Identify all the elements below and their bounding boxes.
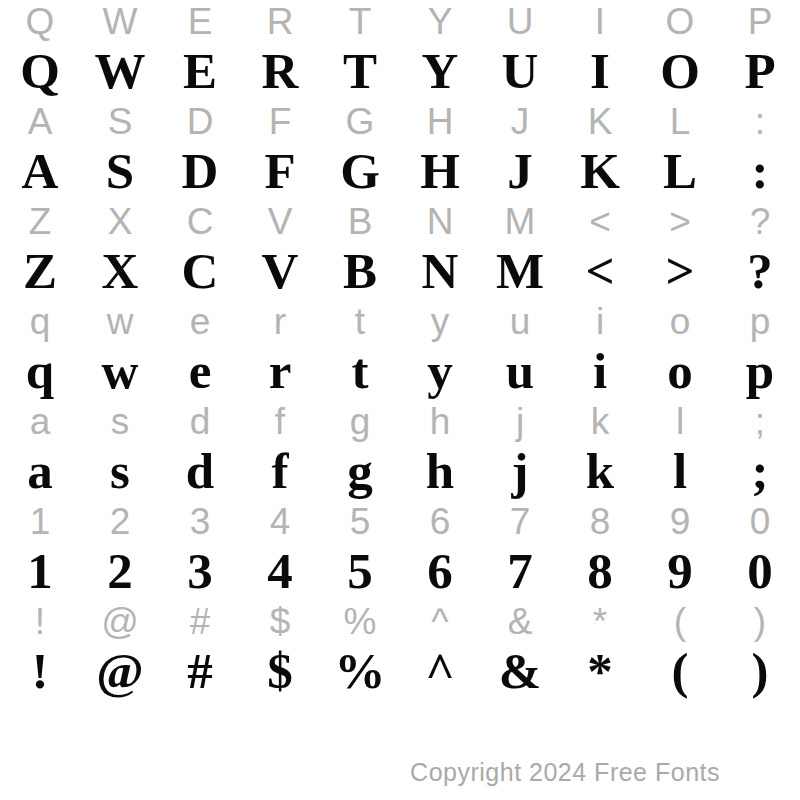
glyph-cell-r3-c9: L — [640, 96, 720, 146]
glyph-cell-r13-c10: ) — [720, 596, 800, 646]
glyph-cell-r9-c4: f — [240, 396, 320, 446]
glyph-cell-r4-c7: J — [480, 146, 560, 196]
glyph-cell-r6-c6: N — [400, 246, 480, 296]
glyph-cell-r12-c7: 7 — [480, 546, 560, 596]
glyph-cell-r5-c6: N — [400, 196, 480, 246]
glyph-cell-r10-c10: ; — [720, 446, 800, 496]
glyph-cell-r8-c3: e — [160, 346, 240, 396]
glyph-cell-r7-c2: w — [80, 296, 160, 346]
glyph-cell-r11-c2: 2 — [80, 496, 160, 546]
glyph-cell-r3-c3: D — [160, 96, 240, 146]
glyph-cell-r5-c9: > — [640, 196, 720, 246]
glyph-cell-r6-c10: ? — [720, 246, 800, 296]
glyph-cell-r13-c1: ! — [0, 596, 80, 646]
glyph-cell-r13-c7: & — [480, 596, 560, 646]
glyph-cell-r12-c5: 5 — [320, 546, 400, 596]
glyph-cell-r10-c6: h — [400, 446, 480, 496]
glyph-cell-r14-c8: * — [560, 646, 640, 696]
glyph-grid: QWERTYUIOPQWERTYUIOPASDFGHJKL:ASDFGHJKL:… — [0, 0, 800, 700]
glyph-cell-r6-c8: < — [560, 246, 640, 296]
glyph-cell-r10-c3: d — [160, 446, 240, 496]
glyph-cell-r14-c7: & — [480, 646, 560, 696]
glyph-cell-r13-c5: % — [320, 596, 400, 646]
glyph-cell-r11-c6: 6 — [400, 496, 480, 546]
glyph-cell-r8-c9: o — [640, 346, 720, 396]
glyph-cell-r6-c5: B — [320, 246, 400, 296]
glyph-cell-r9-c9: l — [640, 396, 720, 446]
glyph-cell-r4-c5: G — [320, 146, 400, 196]
glyph-cell-r4-c8: K — [560, 146, 640, 196]
glyph-cell-r14-c3: # — [160, 646, 240, 696]
glyph-cell-r9-c3: d — [160, 396, 240, 446]
glyph-cell-r12-c3: 3 — [160, 546, 240, 596]
glyph-cell-r8-c8: i — [560, 346, 640, 396]
glyph-cell-r7-c3: e — [160, 296, 240, 346]
glyph-cell-r1-c8: I — [560, 0, 640, 46]
glyph-cell-r9-c5: g — [320, 396, 400, 446]
glyph-cell-r13-c9: ( — [640, 596, 720, 646]
glyph-cell-r3-c7: J — [480, 96, 560, 146]
glyph-cell-r6-c1: Z — [0, 246, 80, 296]
glyph-cell-r1-c7: U — [480, 0, 560, 46]
glyph-cell-r14-c9: ( — [640, 646, 720, 696]
glyph-cell-r8-c4: r — [240, 346, 320, 396]
glyph-cell-r9-c7: j — [480, 396, 560, 446]
glyph-cell-r7-c6: y — [400, 296, 480, 346]
glyph-cell-r9-c1: a — [0, 396, 80, 446]
glyph-cell-r5-c7: M — [480, 196, 560, 246]
glyph-cell-r11-c4: 4 — [240, 496, 320, 546]
glyph-cell-r2-c1: Q — [0, 46, 80, 96]
glyph-cell-r7-c9: o — [640, 296, 720, 346]
glyph-cell-r2-c6: Y — [400, 46, 480, 96]
glyph-cell-r2-c4: R — [240, 46, 320, 96]
glyph-cell-r2-c2: W — [80, 46, 160, 96]
glyph-cell-r1-c5: T — [320, 0, 400, 46]
glyph-cell-r4-c3: D — [160, 146, 240, 196]
glyph-cell-r6-c7: M — [480, 246, 560, 296]
glyph-cell-r12-c8: 8 — [560, 546, 640, 596]
glyph-cell-r11-c9: 9 — [640, 496, 720, 546]
glyph-cell-r10-c5: g — [320, 446, 400, 496]
glyph-cell-r7-c5: t — [320, 296, 400, 346]
glyph-cell-r10-c7: j — [480, 446, 560, 496]
glyph-cell-r8-c5: t — [320, 346, 400, 396]
glyph-cell-r13-c4: $ — [240, 596, 320, 646]
glyph-cell-r10-c2: s — [80, 446, 160, 496]
glyph-cell-r14-c10: ) — [720, 646, 800, 696]
glyph-cell-r7-c1: q — [0, 296, 80, 346]
glyph-cell-r12-c4: 4 — [240, 546, 320, 596]
glyph-cell-r13-c8: * — [560, 596, 640, 646]
glyph-cell-r2-c10: P — [720, 46, 800, 96]
glyph-cell-r3-c10: : — [720, 96, 800, 146]
glyph-cell-r8-c1: q — [0, 346, 80, 396]
glyph-cell-r5-c10: ? — [720, 196, 800, 246]
glyph-cell-r7-c4: r — [240, 296, 320, 346]
glyph-cell-r4-c6: H — [400, 146, 480, 196]
glyph-cell-r2-c9: O — [640, 46, 720, 96]
glyph-cell-r13-c2: @ — [80, 596, 160, 646]
glyph-cell-r5-c1: Z — [0, 196, 80, 246]
glyph-cell-r7-c8: i — [560, 296, 640, 346]
glyph-cell-r12-c2: 2 — [80, 546, 160, 596]
glyph-cell-r1-c3: E — [160, 0, 240, 46]
glyph-cell-r5-c3: C — [160, 196, 240, 246]
glyph-cell-r5-c5: B — [320, 196, 400, 246]
glyph-cell-r1-c1: Q — [0, 0, 80, 46]
glyph-cell-r3-c5: G — [320, 96, 400, 146]
glyph-cell-r4-c2: S — [80, 146, 160, 196]
glyph-cell-r3-c4: F — [240, 96, 320, 146]
glyph-cell-r6-c2: X — [80, 246, 160, 296]
glyph-cell-r2-c8: I — [560, 46, 640, 96]
glyph-cell-r3-c1: A — [0, 96, 80, 146]
glyph-cell-r11-c1: 1 — [0, 496, 80, 546]
glyph-cell-r6-c3: C — [160, 246, 240, 296]
glyph-cell-r4-c1: A — [0, 146, 80, 196]
glyph-cell-r11-c10: 0 — [720, 496, 800, 546]
glyph-cell-r8-c2: w — [80, 346, 160, 396]
glyph-cell-r11-c8: 8 — [560, 496, 640, 546]
glyph-cell-r11-c3: 3 — [160, 496, 240, 546]
glyph-cell-r10-c4: f — [240, 446, 320, 496]
glyph-cell-r14-c5: % — [320, 646, 400, 696]
glyph-cell-r12-c10: 0 — [720, 546, 800, 596]
glyph-cell-r13-c6: ^ — [400, 596, 480, 646]
glyph-cell-r12-c6: 6 — [400, 546, 480, 596]
glyph-cell-r7-c7: u — [480, 296, 560, 346]
copyright-text: Copyright 2024 Free Fonts — [410, 758, 720, 787]
glyph-cell-r5-c8: < — [560, 196, 640, 246]
glyph-cell-r14-c1: ! — [0, 646, 80, 696]
glyph-cell-r2-c3: E — [160, 46, 240, 96]
glyph-cell-r11-c5: 5 — [320, 496, 400, 546]
glyph-cell-r5-c4: V — [240, 196, 320, 246]
glyph-cell-r1-c9: O — [640, 0, 720, 46]
glyph-cell-r14-c2: @ — [80, 646, 160, 696]
glyph-cell-r9-c8: k — [560, 396, 640, 446]
glyph-cell-r14-c4: $ — [240, 646, 320, 696]
glyph-cell-r9-c10: ; — [720, 396, 800, 446]
glyph-cell-r1-c10: P — [720, 0, 800, 46]
glyph-cell-r2-c5: T — [320, 46, 400, 96]
glyph-cell-r4-c9: L — [640, 146, 720, 196]
glyph-cell-r8-c6: y — [400, 346, 480, 396]
glyph-cell-r10-c1: a — [0, 446, 80, 496]
glyph-cell-r1-c6: Y — [400, 0, 480, 46]
glyph-cell-r8-c10: p — [720, 346, 800, 396]
glyph-cell-r3-c2: S — [80, 96, 160, 146]
glyph-cell-r10-c8: k — [560, 446, 640, 496]
glyph-cell-r7-c10: p — [720, 296, 800, 346]
glyph-cell-r12-c1: 1 — [0, 546, 80, 596]
glyph-cell-r13-c3: # — [160, 596, 240, 646]
glyph-cell-r3-c8: K — [560, 96, 640, 146]
glyph-cell-r3-c6: H — [400, 96, 480, 146]
glyph-cell-r14-c6: ^ — [400, 646, 480, 696]
glyph-cell-r4-c10: : — [720, 146, 800, 196]
glyph-cell-r2-c7: U — [480, 46, 560, 96]
glyph-cell-r6-c9: > — [640, 246, 720, 296]
glyph-cell-r12-c9: 9 — [640, 546, 720, 596]
glyph-cell-r11-c7: 7 — [480, 496, 560, 546]
glyph-cell-r1-c2: W — [80, 0, 160, 46]
glyph-cell-r1-c4: R — [240, 0, 320, 46]
glyph-cell-r9-c2: s — [80, 396, 160, 446]
glyph-cell-r4-c4: F — [240, 146, 320, 196]
glyph-cell-r5-c2: X — [80, 196, 160, 246]
glyph-cell-r6-c4: V — [240, 246, 320, 296]
glyph-cell-r10-c9: l — [640, 446, 720, 496]
glyph-cell-r9-c6: h — [400, 396, 480, 446]
glyph-cell-r8-c7: u — [480, 346, 560, 396]
